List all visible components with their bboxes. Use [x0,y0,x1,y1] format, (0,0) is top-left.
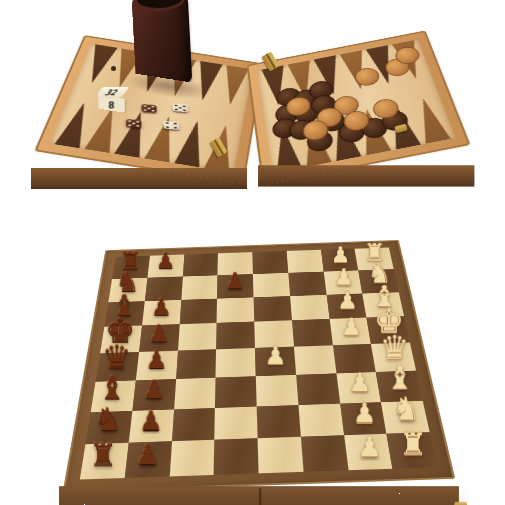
die-pip [144,109,147,111]
square-a5[interactable] [214,439,259,475]
doubling-cube-top-face: 32 [94,87,129,98]
square-b4[interactable] [257,405,301,439]
chess-grid: ♜♟♟♜♞♟♟♞♝♟♟♝♚♟♟♚♛♟♟♛♝♟♟♝♞♟♟♞♜♟♟♜ [80,247,438,479]
square-h3[interactable] [286,250,323,273]
doubling-cube[interactable]: 32 8 [98,87,124,113]
square-g4[interactable] [253,273,290,297]
square-a4[interactable] [258,437,304,473]
square-e6[interactable] [178,323,217,351]
square-e2[interactable]: ♟ [329,318,371,345]
square-c4[interactable] [256,375,298,406]
game-set-photo: 32 8 ♜♟♟♜♞♟♟♞♝♟♟♝♚♟♟♚♛♟♟♛♝♟♟♝♞♟♟♞♜♟♟♜ [0,0,505,505]
backgammon-right-outer-wall [258,165,475,187]
square-e3[interactable] [292,319,333,347]
chess-case-side [59,486,459,505]
square-g5[interactable]: ♟ [217,274,253,298]
square-d3[interactable] [294,345,336,374]
backgammon-point-chestnut-2[interactable] [84,106,126,154]
square-h6[interactable] [182,253,218,276]
square-g3[interactable] [288,272,326,296]
die-pip [151,106,154,108]
square-a1[interactable]: ♜ [387,433,438,469]
dark-rook-a8[interactable]: ♜ [81,415,125,470]
square-a8[interactable]: ♜ [80,443,129,480]
square-b3[interactable] [298,403,344,437]
square-e5[interactable] [216,322,255,350]
square-a7[interactable]: ♟ [124,442,171,479]
backgammon-point-walnut-1[interactable] [54,101,97,148]
backgammon-point-chestnut-2[interactable] [298,118,333,167]
square-f6[interactable] [179,298,217,324]
light-pawn-d4[interactable]: ♟ [256,319,296,368]
die-pip [144,105,147,107]
case-fold-seam [259,488,261,505]
backgammon-point-walnut-1[interactable] [80,44,119,85]
backgammon-left-outer-wall [31,168,248,190]
square-a2[interactable]: ♟ [344,434,393,470]
square-f5[interactable] [217,297,254,323]
square-b5[interactable] [215,406,258,440]
die-pip [148,108,151,110]
die-pip [175,109,178,111]
backgammon-right-tray [247,30,471,185]
light-pawn-e2[interactable]: ♟ [332,291,370,339]
square-c6[interactable] [174,377,216,409]
backgammon-left-tray: 32 8 [34,35,264,184]
die-pip [182,109,185,111]
backgammon-point-chestnut-6[interactable] [218,65,250,107]
square-h4[interactable] [252,251,288,274]
die-white-2[interactable] [172,104,187,113]
square-f4[interactable] [254,296,292,322]
die-pip [151,110,154,112]
square-a3[interactable] [301,436,348,472]
dark-pawn-g5[interactable]: ♟ [217,247,253,292]
square-c3[interactable] [296,373,340,404]
die-pip [182,106,185,108]
square-d4[interactable]: ♟ [255,347,296,376]
dark-pawn-h7[interactable]: ♟ [148,228,183,271]
square-g6[interactable] [181,275,218,299]
chess-scene: ♜♟♟♜♞♟♟♞♝♟♟♝♚♟♟♚♛♟♟♛♝♟♟♝♞♟♟♞♜♟♟♜ [25,240,485,505]
die-brown-1[interactable] [141,104,156,113]
backgammon-point-walnut-3[interactable] [113,110,153,158]
backgammon-right-tray-floor [258,39,456,173]
square-b6[interactable] [172,408,216,442]
backgammon-point-walnut-5[interactable] [173,119,210,167]
square-c5[interactable] [215,376,256,408]
light-rook-a1[interactable]: ♜ [391,404,435,459]
dice-cup-opening [133,0,185,12]
square-a6[interactable] [169,440,214,476]
backgammon-case-open: 32 8 [50,0,470,245]
die-pip [178,107,181,109]
square-f3[interactable] [290,295,329,321]
backgammon-point-walnut-3[interactable] [326,113,362,162]
backgammon-point-chestnut-4[interactable] [143,115,181,163]
square-d5[interactable] [216,348,256,377]
chess-board: ♜♟♟♜♞♟♟♞♝♟♟♝♚♟♟♚♛♟♟♛♝♟♟♝♞♟♟♞♜♟♟♜ [63,240,456,492]
square-d6[interactable] [176,349,217,379]
light-pawn-a2[interactable]: ♟ [347,406,391,461]
backgammon-latch-pin [111,66,116,71]
backgammon-point-chestnut-4[interactable] [354,107,392,155]
dark-pawn-a7[interactable]: ♟ [125,414,169,469]
backgammon-point-chestnut-6[interactable] [411,96,452,144]
backgammon-left-near-points [52,101,240,173]
die-pip [175,105,178,107]
